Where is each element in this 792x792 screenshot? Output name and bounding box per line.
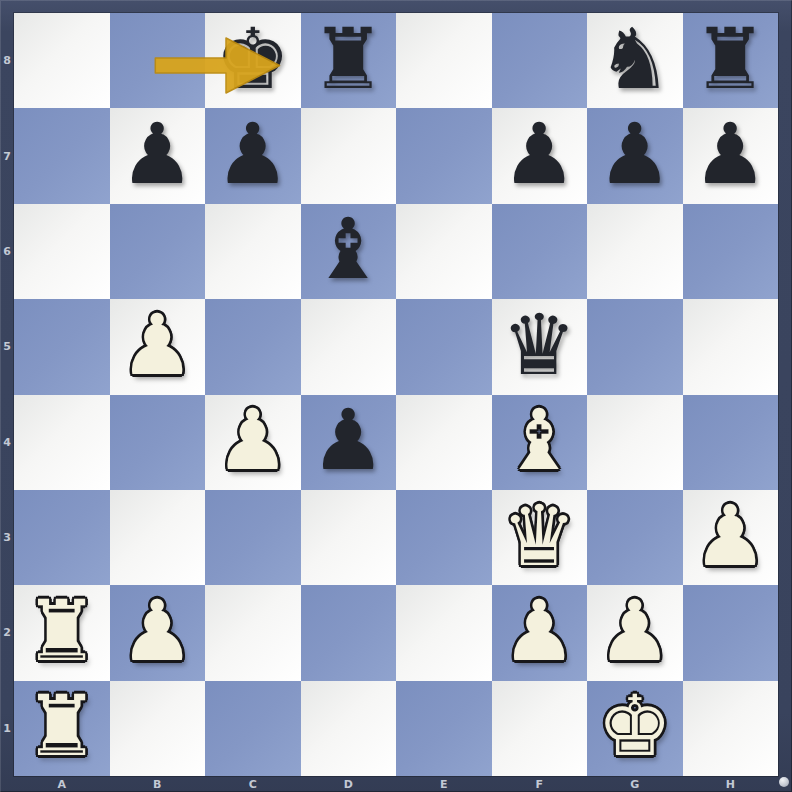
square-g2[interactable]: ♟ bbox=[587, 585, 683, 680]
square-g8[interactable]: ♞ bbox=[587, 13, 683, 108]
square-a6[interactable] bbox=[14, 204, 110, 299]
square-e5[interactable] bbox=[396, 299, 492, 394]
square-f8[interactable] bbox=[492, 13, 588, 108]
square-f6[interactable] bbox=[492, 204, 588, 299]
square-b7[interactable]: ♟ bbox=[110, 108, 206, 203]
square-e2[interactable] bbox=[396, 585, 492, 680]
square-c8[interactable]: ♚ bbox=[205, 13, 301, 108]
board-frame: 87654321 ABCDEFGH ♚♜♞♜♟♟♟♟♟♝♟♛♟♟♝♛♟♜♟♟♟♜… bbox=[0, 0, 792, 792]
square-c4[interactable]: ♟ bbox=[205, 395, 301, 490]
square-c6[interactable] bbox=[205, 204, 301, 299]
square-g5[interactable] bbox=[587, 299, 683, 394]
square-b2[interactable]: ♟ bbox=[110, 585, 206, 680]
white-rook[interactable]: ♜ bbox=[24, 589, 99, 673]
square-f5[interactable]: ♛ bbox=[492, 299, 588, 394]
black-pawn[interactable]: ♟ bbox=[693, 112, 768, 196]
white-pawn[interactable]: ♟ bbox=[120, 589, 195, 673]
square-f2[interactable]: ♟ bbox=[492, 585, 588, 680]
white-king[interactable]: ♚ bbox=[597, 684, 672, 768]
file-label: G bbox=[587, 778, 683, 791]
square-g6[interactable] bbox=[587, 204, 683, 299]
rank-label: 7 bbox=[0, 108, 14, 203]
square-h6[interactable] bbox=[683, 204, 779, 299]
square-a3[interactable] bbox=[14, 490, 110, 585]
square-c7[interactable]: ♟ bbox=[205, 108, 301, 203]
square-d8[interactable]: ♜ bbox=[301, 13, 397, 108]
file-label: E bbox=[396, 778, 492, 791]
corner-dot bbox=[779, 777, 789, 787]
black-pawn[interactable]: ♟ bbox=[215, 112, 290, 196]
square-h2[interactable] bbox=[683, 585, 779, 680]
rank-label: 8 bbox=[0, 13, 14, 108]
black-queen[interactable]: ♛ bbox=[502, 303, 577, 387]
square-b5[interactable]: ♟ bbox=[110, 299, 206, 394]
square-d3[interactable] bbox=[301, 490, 397, 585]
file-label: A bbox=[14, 778, 110, 791]
square-b4[interactable] bbox=[110, 395, 206, 490]
square-b3[interactable] bbox=[110, 490, 206, 585]
rank-labels: 87654321 bbox=[0, 13, 14, 776]
square-g1[interactable]: ♚ bbox=[587, 681, 683, 776]
square-h7[interactable]: ♟ bbox=[683, 108, 779, 203]
square-h5[interactable] bbox=[683, 299, 779, 394]
square-a1[interactable]: ♜ bbox=[14, 681, 110, 776]
square-c2[interactable] bbox=[205, 585, 301, 680]
black-knight[interactable]: ♞ bbox=[597, 17, 672, 101]
square-h4[interactable] bbox=[683, 395, 779, 490]
white-pawn[interactable]: ♟ bbox=[215, 398, 290, 482]
rank-label: 4 bbox=[0, 395, 14, 490]
rank-label: 5 bbox=[0, 299, 14, 394]
square-h8[interactable]: ♜ bbox=[683, 13, 779, 108]
file-labels: ABCDEFGH bbox=[14, 776, 778, 792]
file-label: H bbox=[683, 778, 779, 791]
square-e4[interactable] bbox=[396, 395, 492, 490]
black-pawn[interactable]: ♟ bbox=[311, 398, 386, 482]
square-e8[interactable] bbox=[396, 13, 492, 108]
square-d4[interactable]: ♟ bbox=[301, 395, 397, 490]
rank-label: 6 bbox=[0, 204, 14, 299]
white-pawn[interactable]: ♟ bbox=[120, 303, 195, 387]
square-a4[interactable] bbox=[14, 395, 110, 490]
square-c5[interactable] bbox=[205, 299, 301, 394]
black-bishop[interactable]: ♝ bbox=[311, 207, 386, 291]
square-b1[interactable] bbox=[110, 681, 206, 776]
square-d5[interactable] bbox=[301, 299, 397, 394]
square-a2[interactable]: ♜ bbox=[14, 585, 110, 680]
square-g4[interactable] bbox=[587, 395, 683, 490]
file-label: B bbox=[110, 778, 206, 791]
square-d7[interactable] bbox=[301, 108, 397, 203]
square-h1[interactable] bbox=[683, 681, 779, 776]
white-queen[interactable]: ♛ bbox=[502, 494, 577, 578]
black-king[interactable]: ♚ bbox=[215, 17, 290, 101]
square-f1[interactable] bbox=[492, 681, 588, 776]
file-label: D bbox=[301, 778, 397, 791]
square-f7[interactable]: ♟ bbox=[492, 108, 588, 203]
square-c3[interactable] bbox=[205, 490, 301, 585]
black-pawn[interactable]: ♟ bbox=[502, 112, 577, 196]
square-e1[interactable] bbox=[396, 681, 492, 776]
white-bishop[interactable]: ♝ bbox=[502, 398, 577, 482]
square-h3[interactable]: ♟ bbox=[683, 490, 779, 585]
square-e6[interactable] bbox=[396, 204, 492, 299]
square-c1[interactable] bbox=[205, 681, 301, 776]
white-pawn[interactable]: ♟ bbox=[502, 589, 577, 673]
square-d2[interactable] bbox=[301, 585, 397, 680]
square-g7[interactable]: ♟ bbox=[587, 108, 683, 203]
square-f4[interactable]: ♝ bbox=[492, 395, 588, 490]
chess-board: ♚♜♞♜♟♟♟♟♟♝♟♛♟♟♝♛♟♜♟♟♟♜♚ bbox=[14, 13, 778, 776]
square-d1[interactable] bbox=[301, 681, 397, 776]
square-g3[interactable] bbox=[587, 490, 683, 585]
black-rook[interactable]: ♜ bbox=[693, 17, 768, 101]
square-b8[interactable] bbox=[110, 13, 206, 108]
black-rook[interactable]: ♜ bbox=[311, 17, 386, 101]
square-a5[interactable] bbox=[14, 299, 110, 394]
file-label: C bbox=[205, 778, 301, 791]
rank-label: 1 bbox=[0, 681, 14, 776]
square-d6[interactable]: ♝ bbox=[301, 204, 397, 299]
white-pawn[interactable]: ♟ bbox=[693, 494, 768, 578]
square-f3[interactable]: ♛ bbox=[492, 490, 588, 585]
square-a7[interactable] bbox=[14, 108, 110, 203]
rank-label: 2 bbox=[0, 585, 14, 680]
black-pawn[interactable]: ♟ bbox=[120, 112, 195, 196]
white-pawn[interactable]: ♟ bbox=[597, 589, 672, 673]
square-e3[interactable] bbox=[396, 490, 492, 585]
square-b6[interactable] bbox=[110, 204, 206, 299]
white-rook[interactable]: ♜ bbox=[24, 684, 99, 768]
rank-label: 3 bbox=[0, 490, 14, 585]
square-e7[interactable] bbox=[396, 108, 492, 203]
black-pawn[interactable]: ♟ bbox=[597, 112, 672, 196]
file-label: F bbox=[492, 778, 588, 791]
square-a8[interactable] bbox=[14, 13, 110, 108]
